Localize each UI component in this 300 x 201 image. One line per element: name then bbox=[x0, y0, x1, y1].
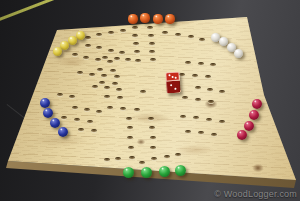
board-hole bbox=[115, 157, 121, 161]
board-hole bbox=[120, 29, 126, 33]
board-hole bbox=[96, 46, 102, 50]
board-hole bbox=[89, 73, 95, 77]
board-hole bbox=[99, 81, 105, 85]
board-hole bbox=[95, 58, 101, 62]
board-hole bbox=[192, 74, 198, 78]
green-marble[interactable] bbox=[175, 165, 186, 176]
board-hole bbox=[114, 75, 120, 79]
board-hole bbox=[149, 42, 155, 46]
orange-marble[interactable] bbox=[153, 14, 162, 23]
board-hole bbox=[110, 69, 116, 73]
board-hole bbox=[114, 57, 120, 61]
board-hole bbox=[148, 34, 154, 38]
board-hole bbox=[207, 88, 213, 92]
board-hole bbox=[57, 93, 63, 97]
board-hole bbox=[195, 98, 201, 102]
board-hole bbox=[127, 136, 133, 140]
board-hole bbox=[125, 58, 131, 62]
board-hole bbox=[78, 128, 84, 132]
board-hole bbox=[139, 161, 145, 165]
white-marble[interactable] bbox=[234, 49, 243, 58]
board-hole bbox=[107, 60, 113, 64]
board-hole bbox=[129, 156, 135, 160]
board-hole bbox=[83, 56, 89, 60]
orange-marble[interactable] bbox=[140, 13, 149, 22]
board-hole bbox=[149, 50, 155, 54]
board-hole bbox=[140, 90, 146, 94]
green-marble[interactable] bbox=[141, 167, 152, 178]
board-hole bbox=[85, 44, 91, 48]
board-hole bbox=[92, 85, 98, 89]
yellow-marble[interactable] bbox=[53, 47, 62, 56]
board-hole bbox=[179, 73, 185, 77]
board-hole bbox=[219, 120, 225, 124]
board-hole bbox=[211, 133, 217, 137]
board-hole bbox=[85, 36, 91, 40]
board-hole bbox=[101, 74, 107, 78]
orange-marble[interactable] bbox=[165, 14, 174, 23]
board-hole bbox=[120, 107, 126, 111]
board-hole bbox=[193, 116, 199, 120]
blue-marble[interactable] bbox=[58, 127, 68, 137]
board-hole bbox=[147, 26, 153, 30]
board-hole bbox=[104, 86, 110, 90]
board-hole bbox=[69, 95, 75, 99]
board-hole bbox=[119, 51, 125, 55]
board-hole bbox=[198, 62, 204, 66]
red-marble[interactable] bbox=[237, 130, 247, 140]
board-hole bbox=[148, 117, 154, 121]
board-hole bbox=[199, 38, 205, 42]
board-hole bbox=[134, 108, 140, 112]
board-hole bbox=[175, 33, 181, 37]
board-hole bbox=[188, 35, 194, 39]
board-hole bbox=[87, 120, 93, 124]
board-hole bbox=[128, 146, 134, 150]
blue-marble[interactable] bbox=[40, 98, 50, 108]
yellow-marble[interactable] bbox=[76, 31, 85, 40]
board-hole bbox=[97, 68, 103, 72]
board-hole bbox=[126, 117, 132, 121]
board-hole bbox=[91, 129, 97, 133]
board-hole bbox=[104, 158, 110, 162]
board-hole bbox=[72, 53, 78, 57]
board-hole bbox=[108, 31, 114, 35]
board-hole bbox=[96, 110, 102, 114]
board-hole bbox=[112, 82, 118, 86]
die[interactable] bbox=[165, 72, 180, 94]
green-marble[interactable] bbox=[159, 166, 170, 177]
board-hole bbox=[135, 59, 141, 63]
board-hole bbox=[74, 118, 80, 122]
board-hole bbox=[185, 130, 191, 134]
board-hole bbox=[206, 118, 212, 122]
board-hole bbox=[195, 86, 201, 90]
board-hole bbox=[84, 108, 90, 112]
board-hole bbox=[185, 61, 191, 65]
board-hole bbox=[102, 56, 108, 60]
white-marble[interactable] bbox=[219, 37, 228, 46]
board-hole bbox=[175, 153, 181, 157]
board-hole bbox=[150, 58, 156, 62]
board-hole bbox=[132, 26, 138, 30]
board-hole bbox=[133, 42, 139, 46]
board-hole bbox=[150, 146, 156, 150]
board-hole bbox=[77, 71, 83, 75]
die-front-face bbox=[166, 81, 181, 94]
board-hole bbox=[127, 126, 133, 130]
board-hole bbox=[164, 155, 170, 159]
board-hole bbox=[162, 31, 168, 35]
blue-marble[interactable] bbox=[43, 108, 53, 118]
board-hole bbox=[208, 100, 214, 104]
red-marble[interactable] bbox=[252, 99, 262, 109]
board-hole bbox=[117, 96, 123, 100]
green-marble[interactable] bbox=[123, 167, 134, 178]
yellow-marble[interactable] bbox=[68, 36, 77, 45]
board-hole bbox=[116, 88, 122, 92]
blue-marble[interactable] bbox=[50, 118, 60, 128]
board-hole bbox=[151, 157, 157, 161]
board-hole bbox=[149, 126, 155, 130]
board-hole bbox=[150, 136, 156, 140]
board-hole bbox=[219, 90, 225, 94]
board-hole bbox=[182, 96, 188, 100]
red-marble[interactable] bbox=[244, 121, 254, 131]
board-hole bbox=[107, 106, 113, 110]
board-hole bbox=[104, 95, 110, 99]
board-hole bbox=[96, 33, 102, 37]
die-pip bbox=[172, 76, 174, 78]
red-marble[interactable] bbox=[249, 110, 259, 120]
die-pip bbox=[170, 84, 172, 86]
board-hole bbox=[132, 34, 138, 38]
board-hole bbox=[61, 116, 67, 120]
board-hole bbox=[180, 115, 186, 119]
board-hole bbox=[198, 131, 204, 135]
die-pip bbox=[175, 88, 177, 90]
die-pip bbox=[174, 77, 176, 79]
board-photo: © WoodLogger.com bbox=[0, 0, 300, 201]
board-hole bbox=[108, 49, 114, 53]
watermark: © WoodLogger.com bbox=[214, 189, 297, 199]
board-hole bbox=[205, 75, 211, 79]
board-hole bbox=[210, 63, 216, 67]
board-hole bbox=[134, 50, 140, 54]
orange-marble[interactable] bbox=[128, 14, 137, 23]
board-hole bbox=[72, 106, 78, 110]
